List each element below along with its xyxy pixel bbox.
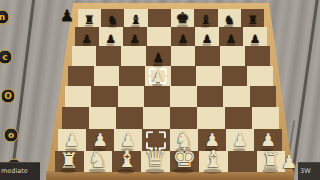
piece-black-pawn-h7[interactable]: ♟ [250, 34, 260, 45]
board-overlay: ♜♞♝♚♝♞♜♟♟♟♟♟♟♟♟♟♟♟♟♞♟♟♟♜♞♝♛♚♝♜ [0, 0, 320, 180]
highlight-corner [159, 132, 166, 139]
piece-black-pawn-d6[interactable]: ♟ [153, 52, 164, 65]
piece-white-bishop-f1[interactable]: ♝ [203, 148, 224, 171]
piece-black-pawn-b7[interactable]: ♟ [106, 34, 116, 45]
last-move-highlight-d2 [146, 132, 166, 150]
chess-app-screen: ♜♞♝♚♝♞♜♟♟♟♟♟♟♟♟♟♟♟♟♞♟♟♟♜♞♝♛♚♝♜ ♟ ♟ ncOox… [0, 0, 320, 180]
piece-black-king-e8[interactable]: ♚ [176, 11, 189, 26]
piece-black-pawn-g7[interactable]: ♟ [226, 34, 236, 45]
piece-black-pawn-a7[interactable]: ♟ [81, 34, 91, 45]
piece-black-bishop-f8[interactable]: ♝ [200, 14, 211, 27]
last-move-highlight-d5 [149, 68, 167, 84]
piece-black-pawn-e7[interactable]: ♟ [178, 34, 188, 45]
piece-black-knight-b8[interactable]: ♞ [107, 14, 118, 26]
piece-black-rook-h8[interactable]: ♜ [247, 15, 257, 27]
highlight-corner [146, 142, 153, 149]
difficulty-label: mediate [0, 162, 40, 180]
status-right-label: 3W [298, 162, 320, 180]
highlight-corner [146, 132, 153, 139]
piece-white-rook-a1[interactable]: ♜ [60, 150, 79, 171]
piece-black-pawn-f7[interactable]: ♟ [202, 34, 212, 45]
piece-black-pawn-c7[interactable]: ♟ [130, 34, 140, 45]
piece-white-rook-h1[interactable]: ♜ [262, 150, 281, 171]
piece-white-knight-b1[interactable]: ♞ [88, 148, 108, 171]
highlight-corner [159, 142, 166, 149]
piece-black-bishop-c8[interactable]: ♝ [130, 14, 141, 27]
piece-black-knight-g8[interactable]: ♞ [224, 14, 235, 26]
highlight-corner [149, 77, 156, 84]
highlight-corner [149, 68, 156, 75]
highlight-corner [160, 68, 167, 75]
captured-black-piece: ♟ [60, 8, 74, 24]
highlight-corner [160, 77, 167, 84]
piece-white-pawn-g2[interactable]: ♟ [232, 132, 248, 150]
captured-white-piece: ♟ [281, 153, 297, 171]
piece-black-rook-a8[interactable]: ♜ [84, 15, 94, 27]
piece-white-bishop-c1[interactable]: ♝ [116, 148, 137, 171]
sidebar-button-o[interactable]: o [4, 128, 19, 143]
sidebar-button-O[interactable]: O [1, 89, 16, 104]
piece-white-king-e1[interactable]: ♚ [172, 144, 196, 171]
